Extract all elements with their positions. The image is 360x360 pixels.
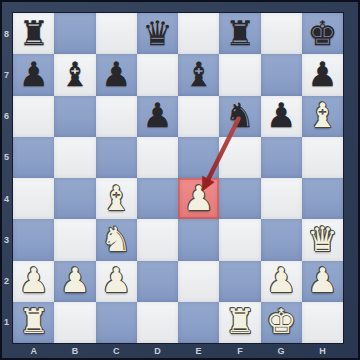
piece-white-pawn-g2[interactable]: ♟ xyxy=(266,263,296,297)
board-square-a2[interactable]: ♟ xyxy=(13,261,54,302)
board-square-a6[interactable] xyxy=(13,96,54,137)
board-square-e1[interactable] xyxy=(178,302,219,343)
board-square-a1[interactable]: ♜ xyxy=(13,302,54,343)
board-square-h2[interactable]: ♟ xyxy=(302,261,343,302)
piece-black-pawn-g6[interactable]: ♟ xyxy=(266,98,296,132)
piece-black-bishop-e7[interactable]: ♝ xyxy=(183,57,213,91)
piece-white-pawn-b2[interactable]: ♟ xyxy=(60,263,90,297)
board-square-c5[interactable] xyxy=(96,137,137,178)
rank-label-4: 4 xyxy=(0,178,13,219)
board-square-f7[interactable] xyxy=(219,54,260,95)
rank-label-3: 3 xyxy=(0,219,13,260)
file-label-a: A xyxy=(13,343,54,358)
board-square-b6[interactable] xyxy=(54,96,95,137)
rank-label-1: 1 xyxy=(0,302,13,343)
rank-label-8: 8 xyxy=(0,13,13,54)
board-square-b2[interactable]: ♟ xyxy=(54,261,95,302)
board-square-g8[interactable] xyxy=(261,13,302,54)
piece-white-knight-c3[interactable]: ♞ xyxy=(101,222,131,256)
board-square-b8[interactable] xyxy=(54,13,95,54)
board-square-c8[interactable] xyxy=(96,13,137,54)
board-square-f1[interactable]: ♜ xyxy=(219,302,260,343)
board-square-c2[interactable]: ♟ xyxy=(96,261,137,302)
board-square-d6[interactable]: ♟ xyxy=(137,96,178,137)
board-square-e3[interactable] xyxy=(178,219,219,260)
board-square-h1[interactable] xyxy=(302,302,343,343)
board-square-d8[interactable]: ♛ xyxy=(137,13,178,54)
board-square-b1[interactable] xyxy=(54,302,95,343)
board-square-b5[interactable] xyxy=(54,137,95,178)
board-square-h4[interactable] xyxy=(302,178,343,219)
board-square-d3[interactable] xyxy=(137,219,178,260)
board-square-e6[interactable] xyxy=(178,96,219,137)
rank-label-5: 5 xyxy=(0,137,13,178)
board-square-e4[interactable]: ♟ xyxy=(178,178,219,219)
board-square-f5[interactable] xyxy=(219,137,260,178)
board-square-d5[interactable] xyxy=(137,137,178,178)
file-label-d: D xyxy=(137,343,178,358)
piece-black-pawn-d6[interactable]: ♟ xyxy=(142,98,172,132)
board-square-b7[interactable]: ♝ xyxy=(54,54,95,95)
file-label-c: C xyxy=(96,343,137,358)
board-square-a7[interactable]: ♟ xyxy=(13,54,54,95)
board-square-f3[interactable] xyxy=(219,219,260,260)
board-square-h7[interactable]: ♟ xyxy=(302,54,343,95)
board-square-c7[interactable]: ♟ xyxy=(96,54,137,95)
board-square-d4[interactable] xyxy=(137,178,178,219)
chess-board-widget: 87654321 ♜♛♜♚♟♝♟♝♟♟♞♟♝♝♟♞♛♟♟♟♟♟♜♜♚ ABCDE… xyxy=(0,0,360,360)
board-square-h3[interactable]: ♛ xyxy=(302,219,343,260)
board-square-g4[interactable] xyxy=(261,178,302,219)
board-square-g1[interactable]: ♚ xyxy=(261,302,302,343)
board-square-d2[interactable] xyxy=(137,261,178,302)
board-square-g2[interactable]: ♟ xyxy=(261,261,302,302)
board-square-h5[interactable] xyxy=(302,137,343,178)
piece-black-queen-d8[interactable]: ♛ xyxy=(142,16,172,50)
piece-white-pawn-a2[interactable]: ♟ xyxy=(18,263,48,297)
board-square-a3[interactable] xyxy=(13,219,54,260)
board-square-e2[interactable] xyxy=(178,261,219,302)
board-square-h8[interactable]: ♚ xyxy=(302,13,343,54)
piece-white-queen-h3[interactable]: ♛ xyxy=(307,222,337,256)
board-square-f6[interactable]: ♞ xyxy=(219,96,260,137)
piece-black-pawn-c7[interactable]: ♟ xyxy=(101,57,131,91)
file-label-b: B xyxy=(54,343,95,358)
piece-white-bishop-c4[interactable]: ♝ xyxy=(101,181,131,215)
piece-white-pawn-e4[interactable]: ♟ xyxy=(183,181,213,215)
board-square-a4[interactable] xyxy=(13,178,54,219)
piece-white-bishop-h6[interactable]: ♝ xyxy=(307,98,337,132)
piece-black-knight-f6[interactable]: ♞ xyxy=(225,98,255,132)
board-square-b3[interactable] xyxy=(54,219,95,260)
rank-label-2: 2 xyxy=(0,261,13,302)
rank-label-7: 7 xyxy=(0,54,13,95)
board-square-c6[interactable] xyxy=(96,96,137,137)
board-square-b4[interactable] xyxy=(54,178,95,219)
file-labels: ABCDEFGH xyxy=(13,343,343,358)
board-square-d1[interactable] xyxy=(137,302,178,343)
board-square-e7[interactable]: ♝ xyxy=(178,54,219,95)
board-square-a5[interactable] xyxy=(13,137,54,178)
piece-white-pawn-c2[interactable]: ♟ xyxy=(101,263,131,297)
board-square-g3[interactable] xyxy=(261,219,302,260)
board-square-e5[interactable] xyxy=(178,137,219,178)
file-label-e: E xyxy=(178,343,219,358)
file-label-f: F xyxy=(219,343,260,358)
board-square-g6[interactable]: ♟ xyxy=(261,96,302,137)
file-label-g: G xyxy=(261,343,302,358)
board-square-e8[interactable] xyxy=(178,13,219,54)
piece-black-pawn-h7[interactable]: ♟ xyxy=(307,57,337,91)
board-square-c3[interactable]: ♞ xyxy=(96,219,137,260)
piece-black-pawn-a7[interactable]: ♟ xyxy=(18,57,48,91)
rank-label-6: 6 xyxy=(0,96,13,137)
board-square-g7[interactable] xyxy=(261,54,302,95)
board[interactable]: ♜♛♜♚♟♝♟♝♟♟♞♟♝♝♟♞♛♟♟♟♟♟♜♜♚ xyxy=(13,13,343,343)
piece-black-rook-f8[interactable]: ♜ xyxy=(225,16,255,50)
board-square-f4[interactable] xyxy=(219,178,260,219)
board-square-g5[interactable] xyxy=(261,137,302,178)
board-square-d7[interactable] xyxy=(137,54,178,95)
board-square-f2[interactable] xyxy=(219,261,260,302)
board-square-f8[interactable]: ♜ xyxy=(219,13,260,54)
rank-labels: 87654321 xyxy=(0,13,13,343)
board-square-h6[interactable]: ♝ xyxy=(302,96,343,137)
piece-black-bishop-b7[interactable]: ♝ xyxy=(60,57,90,91)
piece-white-king-g1[interactable]: ♚ xyxy=(266,304,296,338)
board-square-c1[interactable] xyxy=(96,302,137,343)
board-square-c4[interactable]: ♝ xyxy=(96,178,137,219)
piece-white-pawn-h2[interactable]: ♟ xyxy=(307,263,337,297)
piece-white-rook-a1[interactable]: ♜ xyxy=(18,304,48,338)
board-square-a8[interactable]: ♜ xyxy=(13,13,54,54)
piece-black-rook-a8[interactable]: ♜ xyxy=(18,16,48,50)
piece-white-rook-f1[interactable]: ♜ xyxy=(225,304,255,338)
file-label-h: H xyxy=(302,343,343,358)
piece-black-king-h8[interactable]: ♚ xyxy=(307,16,337,50)
